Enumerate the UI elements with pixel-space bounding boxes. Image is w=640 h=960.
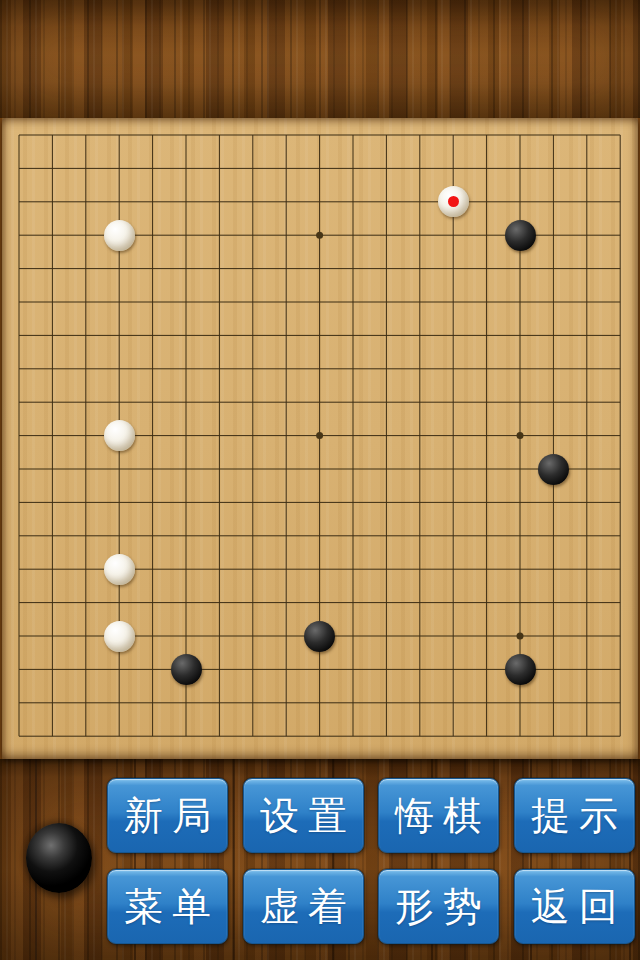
menu-label: 菜单 [115, 887, 220, 926]
stone-white-D10 [104, 420, 135, 451]
go-board[interactable] [2, 118, 638, 759]
stone-black-F3 [171, 654, 202, 685]
back-button[interactable]: 返回 [514, 869, 635, 944]
menu-button[interactable]: 菜单 [107, 869, 228, 944]
stone-black-Q16 [505, 220, 536, 251]
turn-indicator-black-stone [26, 823, 92, 893]
stone-white-D16 [104, 220, 135, 251]
stones-layer [2, 118, 638, 759]
pass-label: 虚着 [251, 887, 356, 926]
stone-black-Q3 [505, 654, 536, 685]
stone-white-N17 [438, 186, 469, 217]
stone-black-K4 [304, 621, 335, 652]
back-label: 返回 [522, 887, 627, 926]
situation-label: 形势 [386, 887, 491, 926]
undo-button[interactable]: 悔棋 [378, 778, 499, 853]
settings-label: 设置 [251, 796, 356, 835]
situation-button[interactable]: 形势 [378, 869, 499, 944]
undo-label: 悔棋 [386, 796, 491, 835]
stone-white-D4 [104, 621, 135, 652]
stone-black-R9 [538, 454, 569, 485]
top-wood-panel [0, 0, 640, 118]
hint-label: 提示 [522, 796, 627, 835]
new-game-label: 新局 [115, 796, 220, 835]
new-game-button[interactable]: 新局 [107, 778, 228, 853]
stone-white-D6 [104, 554, 135, 585]
settings-button[interactable]: 设置 [243, 778, 364, 853]
last-move-marker [448, 196, 459, 207]
hint-button[interactable]: 提示 [514, 778, 635, 853]
pass-button[interactable]: 虚着 [243, 869, 364, 944]
